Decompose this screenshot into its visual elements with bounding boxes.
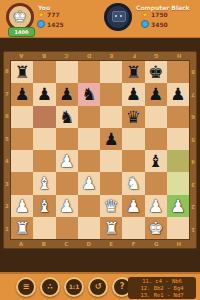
square-f1[interactable] xyxy=(122,217,144,239)
file-label: D xyxy=(78,52,101,60)
square-b3[interactable]: ♝ xyxy=(33,172,55,194)
square-e7[interactable] xyxy=(100,83,122,105)
square-b1[interactable] xyxy=(33,217,55,239)
white-king-avatar-icon: ♚ xyxy=(13,7,27,26)
file-label: H xyxy=(168,240,191,248)
pieces-button[interactable]: ∴ xyxy=(40,277,60,297)
piece-wp[interactable]: ♟ xyxy=(11,195,33,217)
file-label: G xyxy=(145,52,168,60)
square-b6[interactable] xyxy=(33,106,55,128)
square-a3[interactable] xyxy=(11,172,33,194)
star-icon: ★ xyxy=(141,11,149,19)
square-g1[interactable]: ♚ xyxy=(145,217,167,239)
square-f4[interactable] xyxy=(122,150,144,172)
square-e3[interactable] xyxy=(100,172,122,194)
square-b5[interactable] xyxy=(33,128,55,150)
square-c1[interactable] xyxy=(56,217,78,239)
chess-board: ABCDEFGH ABCDEFGH 87654321 87654321 ♜♜♚♟… xyxy=(3,51,197,249)
square-d3[interactable]: ♟ xyxy=(78,172,100,194)
piece-bp[interactable]: ♟ xyxy=(33,83,55,105)
undo-button[interactable]: ↺ xyxy=(88,277,108,297)
square-c2[interactable]: ♟ xyxy=(56,195,78,217)
board-grid: ♜♜♚♟♟♟♞♟♟♟♞♛♟♟♝♝♟♞♟♝♟♛♟♟♟♜♜♚ xyxy=(10,60,190,240)
robot-avatar-icon xyxy=(112,11,126,22)
file-label: D xyxy=(78,240,101,248)
file-label: A xyxy=(10,240,33,248)
file-label: C xyxy=(55,52,78,60)
rank-label: 5 xyxy=(190,128,196,151)
piece-bp[interactable]: ♟ xyxy=(56,83,78,105)
square-f7[interactable]: ♟ xyxy=(122,83,144,105)
piece-wp[interactable]: ♟ xyxy=(167,195,189,217)
black-player-avatar[interactable] xyxy=(104,3,132,31)
file-label: C xyxy=(55,240,78,248)
piece-wn[interactable]: ♞ xyxy=(122,172,144,194)
square-g4[interactable]: ♝ xyxy=(145,150,167,172)
white-stars-value: 777 xyxy=(47,11,60,18)
square-f5[interactable] xyxy=(122,128,144,150)
piece-bp[interactable]: ♟ xyxy=(167,83,189,105)
piece-bb[interactable]: ♝ xyxy=(145,150,167,172)
piece-br[interactable]: ♜ xyxy=(11,61,33,83)
square-a5[interactable] xyxy=(11,128,33,150)
square-c5[interactable] xyxy=(56,128,78,150)
white-player-name: You xyxy=(38,4,50,11)
square-g8[interactable]: ♚ xyxy=(145,61,167,83)
rank-label: 3 xyxy=(190,173,196,196)
file-label: F xyxy=(123,52,146,60)
square-b4[interactable] xyxy=(33,150,55,172)
square-e4[interactable] xyxy=(100,150,122,172)
square-e1[interactable]: ♜ xyxy=(100,217,122,239)
piece-bn[interactable]: ♞ xyxy=(78,83,100,105)
piece-bp[interactable]: ♟ xyxy=(122,83,144,105)
move-list-panel[interactable]: 11. c4 - Nb612. Bb2 - Bg413. Re1 - Nd7 xyxy=(128,277,196,299)
bottom-bar: ≡∴1:1↺? 11. c4 - Nb612. Bb2 - Bg413. Re1… xyxy=(0,272,200,300)
square-g3[interactable] xyxy=(145,172,167,194)
square-h4[interactable] xyxy=(167,150,189,172)
versus-button[interactable]: 1:1 xyxy=(64,277,84,297)
piece-bp[interactable]: ♟ xyxy=(11,83,33,105)
square-g7[interactable]: ♟ xyxy=(145,83,167,105)
square-h1[interactable] xyxy=(167,217,189,239)
black-stars-row: ★ 1750 xyxy=(141,11,168,19)
file-label: B xyxy=(33,52,56,60)
square-b7[interactable]: ♟ xyxy=(33,83,55,105)
file-label: G xyxy=(145,240,168,248)
file-labels-top: ABCDEFGH xyxy=(10,52,190,60)
square-f2[interactable]: ♟ xyxy=(122,195,144,217)
piece-wp[interactable]: ♟ xyxy=(145,195,167,217)
square-h6[interactable] xyxy=(167,106,189,128)
square-h2[interactable]: ♟ xyxy=(167,195,189,217)
white-rating-badge: 1400 xyxy=(8,27,35,37)
square-d8[interactable] xyxy=(78,61,100,83)
square-e5[interactable]: ♟ xyxy=(100,128,122,150)
square-c6[interactable]: ♞ xyxy=(56,106,78,128)
square-h8[interactable] xyxy=(167,61,189,83)
square-d7[interactable]: ♞ xyxy=(78,83,100,105)
piece-wp[interactable]: ♟ xyxy=(56,150,78,172)
menu-button[interactable]: ≡ xyxy=(16,277,36,297)
square-h7[interactable]: ♟ xyxy=(167,83,189,105)
square-b8[interactable] xyxy=(33,61,55,83)
square-a8[interactable]: ♜ xyxy=(11,61,33,83)
square-f6[interactable]: ♛ xyxy=(122,106,144,128)
white-coins-row: 1425 xyxy=(37,20,64,28)
coin-icon xyxy=(141,20,149,28)
square-d6[interactable] xyxy=(78,106,100,128)
piece-wq[interactable]: ♛ xyxy=(100,195,122,217)
piece-bn[interactable]: ♞ xyxy=(56,106,78,128)
square-c3[interactable] xyxy=(56,172,78,194)
white-coins-value: 1425 xyxy=(47,21,64,28)
square-f3[interactable]: ♞ xyxy=(122,172,144,194)
square-c4[interactable]: ♟ xyxy=(56,150,78,172)
file-label: H xyxy=(168,52,191,60)
piece-wb[interactable]: ♝ xyxy=(33,172,55,194)
rank-label: 1 xyxy=(190,218,196,241)
piece-bq[interactable]: ♛ xyxy=(122,106,144,128)
file-label: B xyxy=(33,240,56,248)
square-h3[interactable] xyxy=(167,172,189,194)
file-label: E xyxy=(100,52,123,60)
top-bar: ♚ 1400 You ★ 777 1425 Computer Black ★ 1… xyxy=(0,0,200,38)
piece-wk[interactable]: ♚ xyxy=(145,217,167,239)
piece-bp[interactable]: ♟ xyxy=(145,83,167,105)
rank-labels-right: 87654321 xyxy=(190,60,196,240)
star-icon: ★ xyxy=(37,11,45,19)
square-e8[interactable] xyxy=(100,61,122,83)
square-c7[interactable]: ♟ xyxy=(56,83,78,105)
square-b2[interactable]: ♝ xyxy=(33,195,55,217)
piece-wp[interactable]: ♟ xyxy=(78,172,100,194)
file-label: F xyxy=(123,240,146,248)
square-g6[interactable] xyxy=(145,106,167,128)
square-a2[interactable]: ♟ xyxy=(11,195,33,217)
black-coins-value: 3450 xyxy=(151,21,168,28)
square-a7[interactable]: ♟ xyxy=(11,83,33,105)
rank-label: 4 xyxy=(190,150,196,173)
square-d5[interactable] xyxy=(78,128,100,150)
rank-label: 8 xyxy=(190,60,196,83)
rank-label: 2 xyxy=(190,195,196,218)
file-labels-bottom: ABCDEFGH xyxy=(10,240,190,248)
piece-wb[interactable]: ♝ xyxy=(33,195,55,217)
rank-label: 7 xyxy=(190,83,196,106)
square-c8[interactable] xyxy=(56,61,78,83)
square-d4[interactable] xyxy=(78,150,100,172)
black-player-name: Computer Black xyxy=(136,4,190,11)
piece-wr[interactable]: ♜ xyxy=(11,217,33,239)
square-h5[interactable] xyxy=(167,128,189,150)
square-e6[interactable] xyxy=(100,106,122,128)
square-a6[interactable] xyxy=(11,106,33,128)
square-f8[interactable]: ♜ xyxy=(122,61,144,83)
move-entry: 13. Re1 - Nd7 xyxy=(128,292,196,299)
piece-bk[interactable]: ♚ xyxy=(145,61,167,83)
piece-wp[interactable]: ♟ xyxy=(122,195,144,217)
piece-br[interactable]: ♜ xyxy=(122,61,144,83)
move-entry: 11. c4 - Nb6 xyxy=(128,278,196,285)
black-coins-row: 3450 xyxy=(141,20,168,28)
coin-icon xyxy=(37,20,45,28)
white-stars-row: ★ 777 xyxy=(37,11,60,19)
file-label: A xyxy=(10,52,33,60)
square-a4[interactable] xyxy=(11,150,33,172)
black-stars-value: 1750 xyxy=(151,11,168,18)
square-g5[interactable] xyxy=(145,128,167,150)
square-d1[interactable] xyxy=(78,217,100,239)
square-g2[interactable]: ♟ xyxy=(145,195,167,217)
square-e2[interactable]: ♛ xyxy=(100,195,122,217)
piece-bp[interactable]: ♟ xyxy=(100,128,122,150)
rank-label: 6 xyxy=(190,105,196,128)
piece-wr[interactable]: ♜ xyxy=(100,217,122,239)
piece-wp[interactable]: ♟ xyxy=(56,195,78,217)
file-label: E xyxy=(100,240,123,248)
square-d2[interactable] xyxy=(78,195,100,217)
move-entry: 12. Bb2 - Bg4 xyxy=(128,285,196,292)
square-a1[interactable]: ♜ xyxy=(11,217,33,239)
